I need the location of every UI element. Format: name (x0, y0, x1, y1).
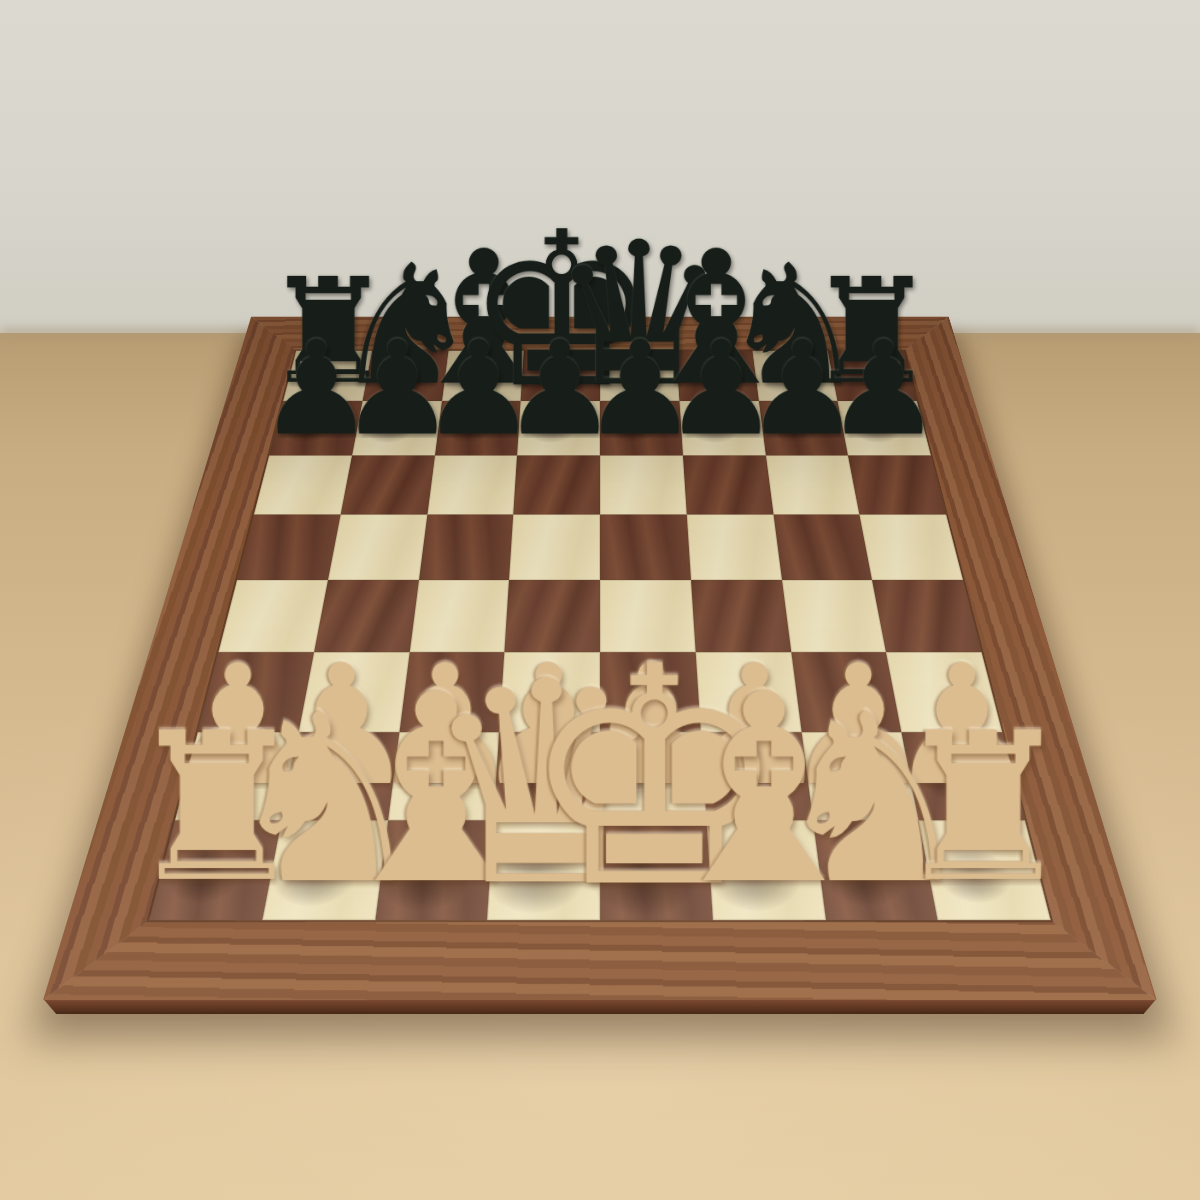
square-c6 (427, 455, 517, 515)
square-f6 (683, 455, 773, 515)
square-e5 (600, 515, 691, 580)
square-f5 (687, 515, 782, 580)
square-e6 (600, 455, 687, 515)
square-d6 (513, 455, 600, 515)
square-c5 (419, 515, 514, 580)
square-g5 (773, 515, 872, 580)
square-d5 (509, 515, 600, 580)
square-h5 (860, 515, 963, 580)
board-front-edge (43, 999, 1156, 1014)
square-h6 (848, 455, 946, 515)
square-b5 (328, 515, 427, 580)
square-a6 (254, 455, 352, 515)
square-b6 (340, 455, 434, 515)
perspective-scene: ♜♞♝♚♛♝♞♜♟♟♟♟♟♟♟♟♟♟♟♟♟♟♟♟♜♞♝♛♚♝♞♜ (0, 0, 1200, 1200)
chessboard-photo: ♜♞♝♚♛♝♞♜♟♟♟♟♟♟♟♟♟♟♟♟♟♟♟♟♜♞♝♛♚♝♞♜ (0, 0, 1200, 1200)
square-a5 (237, 515, 340, 580)
piece-wR-h1: ♜ (874, 705, 1091, 869)
square-g6 (765, 455, 859, 515)
chess-board: ♜♞♝♚♛♝♞♜♟♟♟♟♟♟♟♟♟♟♟♟♟♟♟♟♜♞♝♛♚♝♞♜ (43, 317, 1157, 1001)
